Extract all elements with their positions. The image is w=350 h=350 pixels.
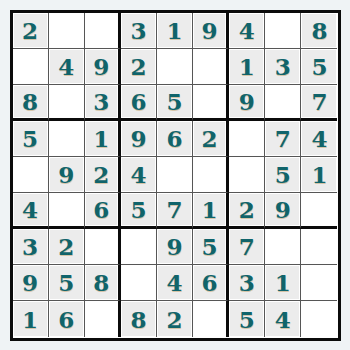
cell-r3c2[interactable] xyxy=(49,85,85,121)
cell-r1c2[interactable] xyxy=(49,13,85,49)
cell-r1c6[interactable]: 9 xyxy=(193,13,229,49)
given-digit: 3 xyxy=(122,14,155,47)
given-digit: 6 xyxy=(86,194,117,225)
given-digit: 9 xyxy=(158,230,191,263)
cell-r3c4[interactable]: 6 xyxy=(121,85,157,121)
cell-r7c3[interactable] xyxy=(85,229,121,265)
cell-r3c9[interactable]: 7 xyxy=(301,85,337,121)
cell-r1c3[interactable] xyxy=(85,13,121,49)
cell-r7c5[interactable]: 9 xyxy=(157,229,193,265)
given-digit: 7 xyxy=(230,230,263,263)
given-digit: 4 xyxy=(230,14,263,47)
cell-r8c5[interactable]: 4 xyxy=(157,265,193,301)
given-digit: 1 xyxy=(230,50,263,83)
empty-cell-fill xyxy=(50,122,83,155)
cell-r4c2[interactable] xyxy=(49,121,85,157)
given-digit: 9 xyxy=(86,50,117,83)
empty-cell-fill xyxy=(266,230,299,263)
cell-r9c2[interactable]: 6 xyxy=(49,301,85,337)
cell-r9c8[interactable]: 4 xyxy=(265,301,301,337)
cell-r4c6[interactable]: 2 xyxy=(193,121,229,157)
given-digit: 5 xyxy=(158,86,191,117)
empty-cell-fill xyxy=(194,302,225,336)
cell-r5c6[interactable] xyxy=(193,157,229,193)
sudoku-board: 2319484921358365975196274924514657129329… xyxy=(10,10,341,341)
cell-r1c4[interactable]: 3 xyxy=(121,13,157,49)
empty-cell-fill xyxy=(230,122,263,155)
given-digit: 2 xyxy=(14,14,47,47)
cell-r8c8[interactable]: 1 xyxy=(265,265,301,301)
given-digit: 5 xyxy=(266,158,299,191)
given-digit: 4 xyxy=(302,122,336,155)
given-digit: 9 xyxy=(230,86,263,117)
given-digit: 9 xyxy=(14,266,47,299)
cell-r3c3[interactable]: 3 xyxy=(85,85,121,121)
cell-r3c5[interactable]: 5 xyxy=(157,85,193,121)
cell-r6c4[interactable]: 5 xyxy=(121,193,157,229)
cell-r3c6[interactable] xyxy=(193,85,229,121)
cell-r8c9[interactable] xyxy=(301,265,337,301)
cell-r7c8[interactable] xyxy=(265,229,301,265)
given-digit: 4 xyxy=(122,158,155,191)
empty-cell-fill xyxy=(266,86,299,117)
cell-r5c3[interactable]: 2 xyxy=(85,157,121,193)
empty-cell-fill xyxy=(158,158,191,191)
given-digit: 7 xyxy=(266,122,299,155)
empty-cell-fill xyxy=(158,50,191,83)
given-digit: 3 xyxy=(14,230,47,263)
cell-r2c2[interactable]: 4 xyxy=(49,49,85,85)
given-digit: 6 xyxy=(194,266,225,299)
cell-r6c5[interactable]: 7 xyxy=(157,193,193,229)
given-digit: 1 xyxy=(266,266,299,299)
cell-r7c6[interactable]: 5 xyxy=(193,229,229,265)
given-digit: 9 xyxy=(122,122,155,155)
cell-r9c1[interactable]: 1 xyxy=(13,301,49,337)
cell-r6c8[interactable]: 9 xyxy=(265,193,301,229)
cell-r8c6[interactable]: 6 xyxy=(193,265,229,301)
given-digit: 8 xyxy=(302,14,336,47)
given-digit: 7 xyxy=(302,86,336,117)
cell-r1c7[interactable]: 4 xyxy=(229,13,265,49)
given-digit: 7 xyxy=(158,194,191,225)
cell-r5c5[interactable] xyxy=(157,157,193,193)
cell-r9c5[interactable]: 2 xyxy=(157,301,193,337)
cell-r1c9[interactable]: 8 xyxy=(301,13,337,49)
cell-r7c7[interactable]: 7 xyxy=(229,229,265,265)
given-digit: 5 xyxy=(230,302,263,336)
given-digit: 4 xyxy=(158,266,191,299)
empty-cell-fill xyxy=(302,266,336,299)
given-digit: 5 xyxy=(194,230,225,263)
cell-r8c1[interactable]: 9 xyxy=(13,265,49,301)
empty-cell-fill xyxy=(230,158,263,191)
empty-cell-fill xyxy=(194,50,225,83)
given-digit: 2 xyxy=(86,158,117,191)
empty-cell-fill xyxy=(266,14,299,47)
empty-cell-fill xyxy=(86,302,117,336)
cell-r6c3[interactable]: 6 xyxy=(85,193,121,229)
cell-r7c4[interactable] xyxy=(121,229,157,265)
given-digit: 2 xyxy=(122,50,155,83)
empty-cell-fill xyxy=(50,86,83,117)
sudoku-page: 2319484921358365975196274924514657129329… xyxy=(0,0,350,350)
given-digit: 9 xyxy=(50,158,83,191)
cell-r2c5[interactable] xyxy=(157,49,193,85)
given-digit: 9 xyxy=(194,14,225,47)
cell-r1c1[interactable]: 2 xyxy=(13,13,49,49)
cell-r2c8[interactable]: 3 xyxy=(265,49,301,85)
empty-cell-fill xyxy=(86,14,117,47)
given-digit: 9 xyxy=(266,194,299,225)
given-digit: 5 xyxy=(50,266,83,299)
cell-r5c4[interactable]: 4 xyxy=(121,157,157,193)
cell-r9c3[interactable] xyxy=(85,301,121,337)
given-digit: 8 xyxy=(122,302,155,336)
empty-cell-fill xyxy=(194,86,225,117)
empty-cell-fill xyxy=(302,230,336,263)
cell-r4c4[interactable]: 9 xyxy=(121,121,157,157)
given-digit: 2 xyxy=(230,194,263,225)
cell-r3c1[interactable]: 8 xyxy=(13,85,49,121)
cell-r6c7[interactable]: 2 xyxy=(229,193,265,229)
cell-r8c4[interactable] xyxy=(121,265,157,301)
given-digit: 8 xyxy=(86,266,117,299)
cell-r6c1[interactable]: 4 xyxy=(13,193,49,229)
cell-r5c1[interactable] xyxy=(13,157,49,193)
given-digit: 5 xyxy=(302,50,336,83)
given-digit: 1 xyxy=(158,14,191,47)
given-digit: 4 xyxy=(266,302,299,336)
given-digit: 1 xyxy=(194,194,225,225)
given-digit: 6 xyxy=(50,302,83,336)
given-digit: 3 xyxy=(266,50,299,83)
cell-r6c2[interactable] xyxy=(49,193,85,229)
cell-r7c1[interactable]: 3 xyxy=(13,229,49,265)
cell-r5c8[interactable]: 5 xyxy=(265,157,301,193)
cell-r4c5[interactable]: 6 xyxy=(157,121,193,157)
cell-r7c2[interactable]: 2 xyxy=(49,229,85,265)
cell-r9c6[interactable] xyxy=(193,301,229,337)
cell-r2c9[interactable]: 5 xyxy=(301,49,337,85)
cell-r2c3[interactable]: 9 xyxy=(85,49,121,85)
given-digit: 5 xyxy=(14,122,47,155)
empty-cell-fill xyxy=(122,230,155,263)
cell-r8c7[interactable]: 3 xyxy=(229,265,265,301)
empty-cell-fill xyxy=(302,302,336,336)
cell-r1c8[interactable] xyxy=(265,13,301,49)
cell-r9c7[interactable]: 5 xyxy=(229,301,265,337)
cell-r2c1[interactable] xyxy=(13,49,49,85)
given-digit: 3 xyxy=(86,86,117,117)
cell-r7c9[interactable] xyxy=(301,229,337,265)
given-digit: 5 xyxy=(122,194,155,225)
cell-r5c9[interactable]: 1 xyxy=(301,157,337,193)
empty-cell-fill xyxy=(86,230,117,263)
cell-r1c5[interactable]: 1 xyxy=(157,13,193,49)
cell-r2c6[interactable] xyxy=(193,49,229,85)
empty-cell-fill xyxy=(122,266,155,299)
given-digit: 1 xyxy=(14,302,47,336)
cell-r6c6[interactable]: 1 xyxy=(193,193,229,229)
cell-r4c3[interactable]: 1 xyxy=(85,121,121,157)
cell-r4c9[interactable]: 4 xyxy=(301,121,337,157)
cell-r8c2[interactable]: 5 xyxy=(49,265,85,301)
cell-r9c4[interactable]: 8 xyxy=(121,301,157,337)
cell-r4c7[interactable] xyxy=(229,121,265,157)
cell-r5c2[interactable]: 9 xyxy=(49,157,85,193)
cell-r4c1[interactable]: 5 xyxy=(13,121,49,157)
given-digit: 2 xyxy=(194,122,225,155)
given-digit: 2 xyxy=(50,230,83,263)
given-digit: 8 xyxy=(14,86,47,117)
given-digit: 2 xyxy=(158,302,191,336)
empty-cell-fill xyxy=(14,158,47,191)
cell-r6c9[interactable] xyxy=(301,193,337,229)
cell-r3c7[interactable]: 9 xyxy=(229,85,265,121)
cell-r2c7[interactable]: 1 xyxy=(229,49,265,85)
given-digit: 4 xyxy=(50,50,83,83)
empty-cell-fill xyxy=(14,50,47,83)
empty-cell-fill xyxy=(50,194,83,225)
cell-r5c7[interactable] xyxy=(229,157,265,193)
given-digit: 6 xyxy=(158,122,191,155)
empty-cell-fill xyxy=(50,14,83,47)
empty-cell-fill xyxy=(302,194,336,225)
cell-r8c3[interactable]: 8 xyxy=(85,265,121,301)
cell-r2c4[interactable]: 2 xyxy=(121,49,157,85)
given-digit: 1 xyxy=(86,122,117,155)
empty-cell-fill xyxy=(194,158,225,191)
given-digit: 1 xyxy=(302,158,336,191)
given-digit: 4 xyxy=(14,194,47,225)
given-digit: 3 xyxy=(230,266,263,299)
cell-r4c8[interactable]: 7 xyxy=(265,121,301,157)
cell-r9c9[interactable] xyxy=(301,301,337,337)
given-digit: 6 xyxy=(122,86,155,117)
cell-r3c8[interactable] xyxy=(265,85,301,121)
